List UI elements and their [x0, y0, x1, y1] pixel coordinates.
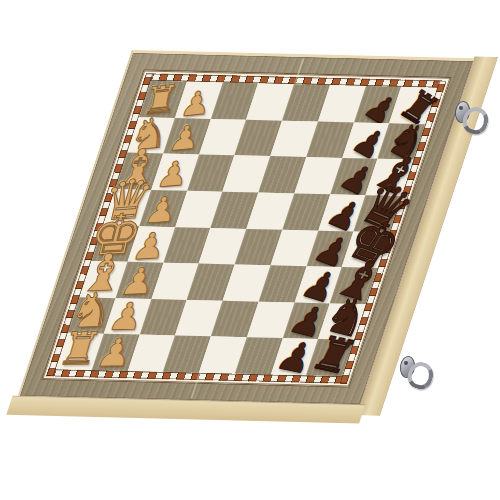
white-pawn: ♟: [178, 86, 214, 122]
clasp-screw: [459, 106, 463, 110]
product-photo-scene: ♜♟♟♜♞♟♟♞♝♟♟♝♛♟♟♛♚♟♟♚♝♟♟♝♞♟♟♞♜♟♟♜: [0, 0, 500, 500]
metal-clasp-bottom: [394, 352, 440, 398]
white-pawn: ♟: [153, 156, 192, 193]
white-pawn: ♟: [165, 121, 203, 157]
metal-clasp-top: [449, 97, 495, 143]
board-squares: ♜♟♟♜♞♟♟♞♝♟♟♝♛♟♟♛♚♟♟♚♝♟♟♝♞♟♟♞♜♟♟♜: [56, 81, 437, 376]
clasp-screw: [404, 361, 408, 365]
